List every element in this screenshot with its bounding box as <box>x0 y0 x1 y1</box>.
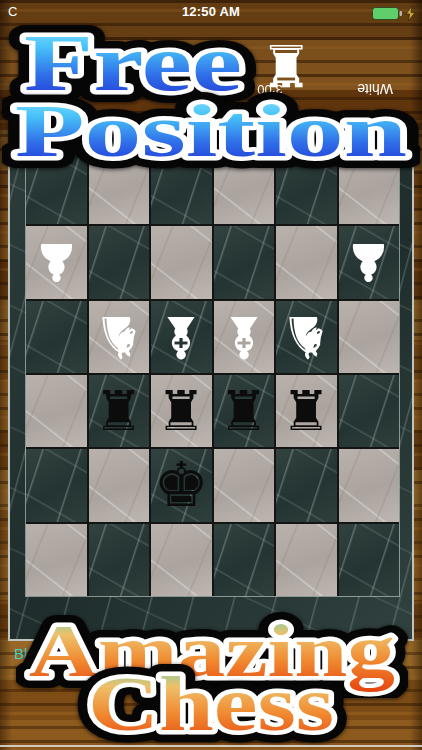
square-2-0[interactable] <box>26 301 87 373</box>
square-4-3[interactable] <box>214 449 275 521</box>
screenshot-root: { "game": "chess-free-position-editor", … <box>0 0 422 750</box>
square-5-1[interactable] <box>89 524 150 596</box>
white-knight[interactable]: ♞ <box>280 308 332 366</box>
square-1-5[interactable]: ♟ <box>339 226 400 298</box>
square-4-0[interactable] <box>26 449 87 521</box>
square-2-5[interactable] <box>339 301 400 373</box>
square-5-2[interactable] <box>151 524 212 596</box>
square-1-2[interactable] <box>151 226 212 298</box>
square-2-3[interactable]: ♝ <box>214 301 275 373</box>
square-3-3[interactable]: ♜ <box>214 375 275 447</box>
square-4-2[interactable]: ♚ <box>151 449 212 521</box>
square-3-1[interactable]: ♜ <box>89 375 150 447</box>
square-5-5[interactable] <box>339 524 400 596</box>
square-2-2[interactable]: ♝ <box>151 301 212 373</box>
title-chess-text: Chess <box>88 660 334 747</box>
chess-board-frame: ♟♟♞♝♝♞♜♜♜♜♚ <box>8 123 414 641</box>
charging-bolt-icon <box>406 6 415 21</box>
square-1-3[interactable] <box>214 226 275 298</box>
square-1-4[interactable] <box>276 226 337 298</box>
square-3-0[interactable] <box>26 375 87 447</box>
black-rook[interactable]: ♜ <box>94 384 143 439</box>
white-bishop[interactable]: ♝ <box>218 308 270 366</box>
square-2-1[interactable]: ♞ <box>89 301 150 373</box>
square-3-5[interactable] <box>339 375 400 447</box>
square-4-4[interactable] <box>276 449 337 521</box>
square-2-4[interactable]: ♞ <box>276 301 337 373</box>
white-pawn[interactable]: ♟ <box>345 236 392 288</box>
black-king[interactable]: ♚ <box>153 454 209 516</box>
square-5-4[interactable] <box>276 524 337 596</box>
square-1-0[interactable]: ♟ <box>26 226 87 298</box>
black-rook[interactable]: ♜ <box>219 384 268 439</box>
square-3-2[interactable]: ♜ <box>151 375 212 447</box>
square-5-0[interactable] <box>26 524 87 596</box>
white-knight[interactable]: ♞ <box>93 308 145 366</box>
square-5-3[interactable] <box>214 524 275 596</box>
chess-board-grid: ♟♟♞♝♝♞♜♜♜♜♚ <box>26 152 399 596</box>
square-4-5[interactable] <box>339 449 400 521</box>
title-position: Position Position <box>2 82 420 178</box>
title-chess: Chess Chess <box>74 652 348 750</box>
bottom-edge-line <box>0 745 422 747</box>
square-1-1[interactable] <box>89 226 150 298</box>
square-4-1[interactable] <box>89 449 150 521</box>
black-rook[interactable]: ♜ <box>157 384 206 439</box>
title-position-text: Position <box>15 90 407 172</box>
white-bishop[interactable]: ♝ <box>155 308 207 366</box>
white-pawn[interactable]: ♟ <box>33 236 80 288</box>
square-3-4[interactable]: ♜ <box>276 375 337 447</box>
battery-icon <box>372 7 402 20</box>
black-rook[interactable]: ♜ <box>282 384 331 439</box>
